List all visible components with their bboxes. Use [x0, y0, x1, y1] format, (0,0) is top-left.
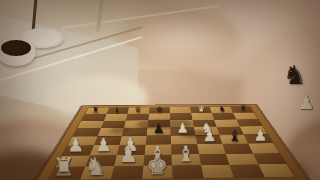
square-c2[interactable]: ♟ — [114, 155, 144, 167]
square-b1[interactable]: ♞ — [80, 166, 114, 179]
black-bishop-b8[interactable]: ♝ — [113, 106, 120, 114]
black-queen-c8[interactable]: ♛ — [135, 106, 142, 114]
square-h1[interactable] — [258, 164, 294, 177]
black-pawn-d5[interactable]: ♟ — [152, 122, 164, 136]
square-f1[interactable] — [201, 165, 234, 178]
square-e1[interactable] — [172, 165, 203, 178]
board-grid: ♜♝♛♚♛♞♜♟♟♞♟♝♟♟♟♟♟♝♝♜♞♚ — [47, 106, 296, 180]
square-e2[interactable]: ♝ — [172, 154, 201, 166]
square-h2[interactable] — [253, 153, 287, 164]
white-knight-b1[interactable]: ♞ — [84, 154, 107, 179]
square-f2[interactable] — [199, 154, 230, 166]
square-h3[interactable] — [248, 143, 280, 153]
square-c1[interactable] — [111, 166, 143, 179]
square-f3[interactable] — [197, 144, 226, 154]
white-pawn-h4[interactable]: ♟ — [253, 127, 267, 143]
square-g1[interactable] — [229, 165, 264, 178]
white-rook-a1[interactable]: ♜ — [53, 154, 76, 179]
white-pawn-e5[interactable]: ♟ — [177, 121, 189, 135]
black-knight-g8[interactable]: ♞ — [219, 105, 226, 113]
square-h4[interactable]: ♟ — [243, 134, 273, 143]
black-knight-on-rim[interactable]: ♞ — [283, 62, 306, 88]
square-d1[interactable]: ♚ — [142, 166, 173, 179]
white-pawn-on-rim[interactable]: ♟ — [297, 92, 315, 112]
white-pawn-c2[interactable]: ♟ — [119, 144, 138, 166]
black-bishop-g4[interactable]: ♝ — [228, 127, 242, 143]
black-rook-a8[interactable]: ♜ — [92, 106, 99, 114]
white-pawn-f4[interactable]: ♟ — [202, 128, 216, 144]
photo-scene: ♜♝♛♚♛♞♜♟♟♞♟♝♟♟♟♟♟♝♝♜♞♚ abcdefgh ♞♟ — [0, 0, 320, 180]
white-bishop-e2[interactable]: ♝ — [177, 144, 196, 165]
board-stain — [109, 127, 130, 134]
black-rook-h8[interactable]: ♜ — [239, 105, 246, 113]
white-queen-f8[interactable]: ♛ — [198, 105, 205, 113]
black-king-d8[interactable]: ♚ — [156, 105, 163, 113]
white-king-d1[interactable]: ♚ — [146, 153, 168, 178]
cup-contents — [1, 40, 31, 56]
